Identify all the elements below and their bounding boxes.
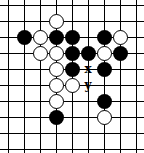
black-stone bbox=[97, 94, 112, 109]
black-stone bbox=[17, 30, 32, 45]
white-stone bbox=[49, 14, 64, 29]
grid-line-horizontal bbox=[0, 133, 144, 134]
white-stone bbox=[97, 110, 112, 125]
white-stone bbox=[65, 78, 80, 93]
white-stone bbox=[113, 30, 128, 45]
go-board-diagram[interactable]: xy bbox=[0, 0, 144, 153]
black-stone bbox=[97, 62, 112, 77]
grid-line-horizontal bbox=[0, 5, 144, 6]
black-stone bbox=[113, 46, 128, 61]
black-stone bbox=[49, 30, 64, 45]
black-stone bbox=[81, 46, 96, 61]
grid-line-vertical bbox=[24, 0, 25, 153]
white-stone bbox=[97, 46, 112, 61]
white-stone bbox=[49, 46, 64, 61]
grid-line-vertical bbox=[136, 0, 137, 153]
white-stone bbox=[49, 94, 64, 109]
grid-line-vertical bbox=[40, 0, 41, 153]
grid-line-vertical bbox=[120, 0, 121, 153]
grid-line-horizontal bbox=[0, 21, 144, 22]
grid-line-vertical bbox=[8, 0, 9, 153]
marked-point-x[interactable]: x bbox=[81, 62, 95, 76]
black-stone bbox=[65, 46, 80, 61]
black-stone bbox=[49, 110, 64, 125]
black-stone bbox=[65, 30, 80, 45]
marked-point-y[interactable]: y bbox=[81, 78, 95, 92]
grid-line-horizontal bbox=[0, 117, 144, 118]
white-stone bbox=[33, 30, 48, 45]
white-stone bbox=[49, 78, 64, 93]
grid-line-vertical bbox=[88, 0, 89, 153]
black-stone bbox=[65, 62, 80, 77]
white-stone bbox=[33, 46, 48, 61]
grid-line-horizontal bbox=[0, 149, 144, 150]
black-stone bbox=[97, 30, 112, 45]
white-stone bbox=[49, 62, 64, 77]
grid-line-horizontal bbox=[0, 101, 144, 102]
